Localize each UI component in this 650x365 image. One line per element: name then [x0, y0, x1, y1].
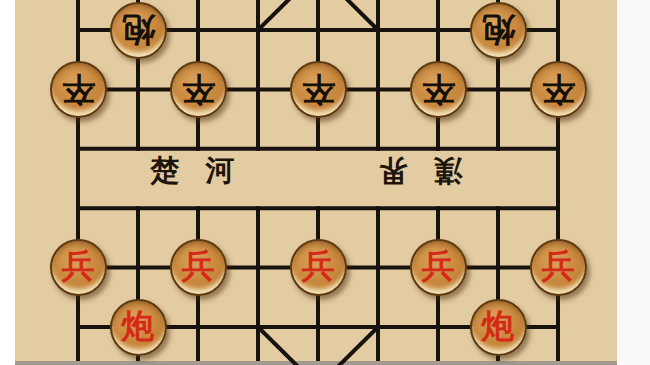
piece-red-cannon[interactable]: 炮 — [110, 299, 167, 356]
river-text-char: 楚 — [151, 156, 180, 185]
piece-character: 炮 — [482, 310, 515, 343]
piece-character: 炮 — [122, 310, 155, 343]
xiangqi-screenshot: 楚河界漢 炮炮卒卒卒卒卒兵兵兵兵兵炮炮 — [0, 0, 650, 365]
piece-black-soldier[interactable]: 卒 — [50, 61, 107, 118]
piece-character: 兵 — [542, 250, 575, 283]
piece-character: 炮 — [482, 13, 515, 46]
piece-red-cannon[interactable]: 炮 — [470, 299, 527, 356]
board-grid-lines — [0, 0, 650, 365]
river-text-char: 河 — [206, 156, 235, 185]
piece-character: 兵 — [422, 250, 455, 283]
piece-character: 兵 — [62, 250, 95, 283]
piece-character: 卒 — [422, 72, 455, 105]
piece-black-soldier[interactable]: 卒 — [530, 61, 587, 118]
piece-black-cannon[interactable]: 炮 — [470, 2, 527, 59]
piece-black-cannon[interactable]: 炮 — [110, 2, 167, 59]
piece-black-soldier[interactable]: 卒 — [410, 61, 467, 118]
piece-red-soldier[interactable]: 兵 — [530, 239, 587, 296]
piece-character: 兵 — [302, 250, 335, 283]
piece-character: 卒 — [182, 72, 215, 105]
piece-character: 卒 — [62, 72, 95, 105]
piece-red-soldier[interactable]: 兵 — [50, 239, 107, 296]
piece-red-soldier[interactable]: 兵 — [290, 239, 347, 296]
piece-black-soldier[interactable]: 卒 — [290, 61, 347, 118]
piece-black-soldier[interactable]: 卒 — [170, 61, 227, 118]
piece-character: 卒 — [302, 72, 335, 105]
river-text-char: 漢 — [434, 156, 463, 185]
piece-character: 炮 — [122, 13, 155, 46]
piece-character: 兵 — [182, 250, 215, 283]
piece-red-soldier[interactable]: 兵 — [170, 239, 227, 296]
piece-red-soldier[interactable]: 兵 — [410, 239, 467, 296]
piece-character: 卒 — [542, 72, 575, 105]
river-text-char: 界 — [379, 156, 408, 185]
